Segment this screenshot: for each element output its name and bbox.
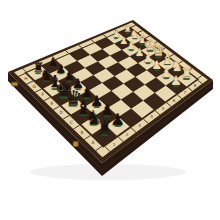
rank-label-1: 1 <box>113 142 116 147</box>
brass-hinge <box>12 82 18 86</box>
rank-label-6: 6 <box>173 98 176 103</box>
file-label-G: G <box>32 84 36 89</box>
rank-label-8: 8 <box>194 83 197 88</box>
rank-label-3: 3 <box>138 123 141 128</box>
rank-label-4: 4 <box>150 114 153 119</box>
rank-label-2: 2 <box>126 132 129 137</box>
chess-board: ABCDEFGH12345678 <box>0 0 220 220</box>
rank-label-7: 7 <box>183 90 186 95</box>
brass-clasp <box>73 142 78 147</box>
file-label-H: H <box>24 76 27 81</box>
file-label-E: E <box>50 101 53 106</box>
file-label-B: B <box>80 130 83 135</box>
chess-set-photo: ABCDEFGH12345678 ♜♟♞♟♝♟♚♟♛♟♝♟♟♞♜♟♟♜♞♟♟♝♟… <box>0 0 220 220</box>
rank-label-5: 5 <box>162 106 165 111</box>
file-label-A: A <box>91 140 94 145</box>
file-label-C: C <box>70 120 73 125</box>
